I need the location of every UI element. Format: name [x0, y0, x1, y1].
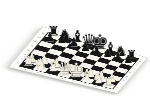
piece-black-pawn-a7[interactable]: ♟ [44, 31, 55, 43]
rank-label-8: 8 [139, 61, 141, 62]
rank-label-5: 5 [129, 72, 131, 73]
piece-white-rook-a1[interactable]: ♜ [22, 54, 34, 68]
rank-label-3: 3 [123, 80, 125, 81]
rank-label-6: 6 [132, 68, 134, 69]
rank-label-7: 7 [136, 65, 138, 66]
piece-black-pawn-f7[interactable]: ♟ [102, 48, 112, 59]
piece-black-pawn-e7[interactable]: ♟ [91, 45, 101, 56]
rank-label-7: 7 [38, 37, 41, 39]
piece-black-pawn-g7[interactable]: ♟ [113, 51, 123, 62]
piece-black-pawn-b7[interactable]: ♟ [57, 34, 68, 46]
rank-label-5: 5 [31, 45, 34, 47]
product-photo-scene: abcdefgh 8877665544332211 ♜♞♝♛♚♝♞♜♟♟♟♟♟♟… [0, 0, 150, 100]
piece-white-rook-h1[interactable]: ♜ [103, 76, 114, 88]
rank-label-4: 4 [126, 76, 128, 77]
file-label-a: a [24, 68, 27, 70]
piece-black-pawn-c7[interactable]: ♟ [69, 38, 80, 50]
rank-label-6: 6 [34, 41, 37, 43]
piece-black-pawn-h7[interactable]: ♟ [123, 54, 133, 65]
piece-black-pawn-d7[interactable]: ♟ [80, 41, 90, 53]
rank-label-1: 1 [16, 62, 19, 64]
rank-label-1: 1 [116, 87, 118, 88]
rank-label-2: 2 [119, 83, 121, 84]
